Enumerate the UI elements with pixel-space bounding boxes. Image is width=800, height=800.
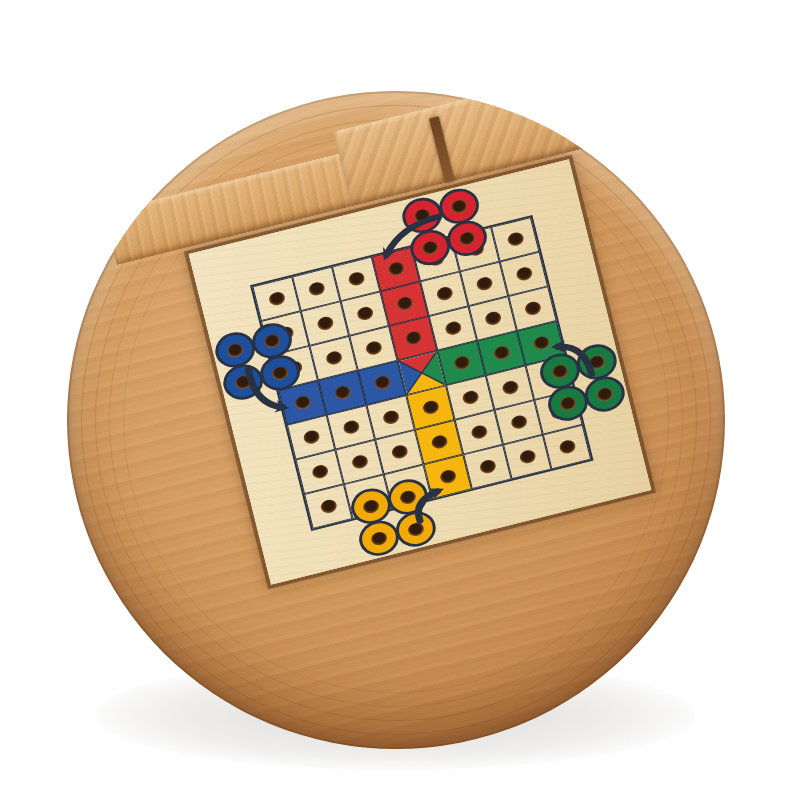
peg-hole [475, 276, 494, 293]
peg-hole [558, 439, 577, 456]
peg-hole [390, 444, 409, 461]
peg-hole [559, 395, 578, 412]
peg-hole [518, 449, 537, 466]
peg-hole [404, 330, 423, 347]
peg-hole [395, 295, 414, 312]
peg-hole [483, 310, 502, 327]
peg-hole [341, 419, 360, 436]
peg-hole [450, 198, 469, 215]
peg-hole [438, 468, 457, 485]
peg-hole [355, 305, 374, 322]
peg-hole [435, 285, 454, 302]
peg-hole [444, 320, 463, 337]
peg-hole [324, 350, 343, 367]
peg-hole [515, 266, 534, 283]
peg-hole [381, 409, 400, 426]
peg-hole [362, 498, 381, 515]
peg-hole [271, 365, 290, 382]
peg-hole [587, 354, 606, 371]
peg-hole [492, 345, 511, 362]
peg-hole [458, 230, 477, 247]
peg-hole [263, 332, 282, 349]
peg-hole [595, 386, 614, 403]
peg-hole [509, 414, 528, 431]
peg-hole [452, 355, 471, 372]
peg-hole [413, 207, 432, 224]
peg-hole [267, 291, 286, 308]
peg-hole [387, 261, 406, 278]
peg-hole [370, 530, 389, 547]
peg-hole [293, 394, 312, 411]
peg-hole [333, 384, 352, 401]
peg-hole [347, 271, 366, 288]
peg-hole [469, 424, 488, 441]
peg-hole [399, 489, 418, 506]
peg-hole [407, 521, 426, 538]
peg-hole [478, 459, 497, 476]
product-photo: { "game": { "name": "Ludo (mini wooden t… [0, 0, 800, 800]
peg-hole [421, 239, 440, 256]
peg-hole [310, 464, 329, 481]
peg-hole [373, 375, 392, 392]
peg-hole [316, 315, 335, 332]
peg-hole [307, 281, 326, 298]
peg-hole [430, 434, 449, 451]
peg-hole [421, 399, 440, 416]
peg-hole [302, 429, 321, 446]
peg-hole [319, 498, 338, 515]
peg-hole [226, 342, 245, 359]
peg-hole [461, 389, 480, 406]
peg-hole [532, 335, 551, 352]
peg-hole [234, 374, 253, 391]
wooden-tray [67, 91, 725, 749]
peg-hole [523, 300, 542, 317]
peg-hole [350, 454, 369, 471]
peg-hole [506, 231, 525, 248]
peg-hole [501, 379, 520, 396]
peg-hole [364, 340, 383, 357]
peg-hole [551, 363, 570, 380]
